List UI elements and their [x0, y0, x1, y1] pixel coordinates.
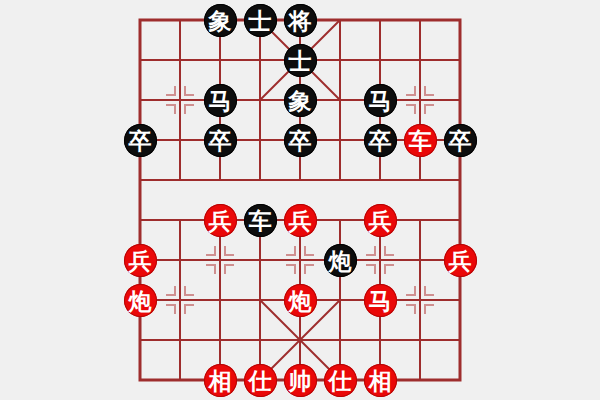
piece-black-horse[interactable]: 马 — [204, 84, 237, 117]
piece-black-elephant[interactable]: 象 — [284, 84, 317, 117]
piece-black-soldier[interactable]: 卒 — [204, 124, 237, 157]
piece-black-chariot[interactable]: 车 — [244, 204, 277, 237]
piece-black-elephant[interactable]: 象 — [204, 4, 237, 37]
piece-black-general[interactable]: 将 — [284, 4, 317, 37]
piece-red-cannon[interactable]: 炮 — [124, 284, 157, 317]
piece-red-soldier[interactable]: 兵 — [364, 204, 397, 237]
piece-red-cannon[interactable]: 炮 — [284, 284, 317, 317]
piece-red-advisor[interactable]: 仕 — [324, 364, 357, 397]
piece-grid: 象士将士马象马卒卒卒卒车卒兵车兵兵兵炮兵炮炮马相仕帅仕相 — [120, 0, 480, 400]
piece-red-advisor[interactable]: 仕 — [244, 364, 277, 397]
piece-red-general[interactable]: 帅 — [284, 364, 317, 397]
piece-black-soldier[interactable]: 卒 — [444, 124, 477, 157]
piece-black-horse[interactable]: 马 — [364, 84, 397, 117]
xiangqi-board[interactable]: 象士将士马象马卒卒卒卒车卒兵车兵兵兵炮兵炮炮马相仕帅仕相 — [0, 0, 600, 400]
piece-black-soldier[interactable]: 卒 — [284, 124, 317, 157]
piece-black-advisor[interactable]: 士 — [284, 44, 317, 77]
piece-red-chariot[interactable]: 车 — [404, 124, 437, 157]
piece-red-elephant[interactable]: 相 — [204, 364, 237, 397]
piece-red-elephant[interactable]: 相 — [364, 364, 397, 397]
piece-red-soldier[interactable]: 兵 — [444, 244, 477, 277]
piece-black-advisor[interactable]: 士 — [244, 4, 277, 37]
piece-black-cannon[interactable]: 炮 — [324, 244, 357, 277]
piece-red-soldier[interactable]: 兵 — [284, 204, 317, 237]
piece-red-horse[interactable]: 马 — [364, 284, 397, 317]
piece-black-soldier[interactable]: 卒 — [364, 124, 397, 157]
piece-red-soldier[interactable]: 兵 — [204, 204, 237, 237]
piece-red-soldier[interactable]: 兵 — [124, 244, 157, 277]
piece-black-soldier[interactable]: 卒 — [124, 124, 157, 157]
